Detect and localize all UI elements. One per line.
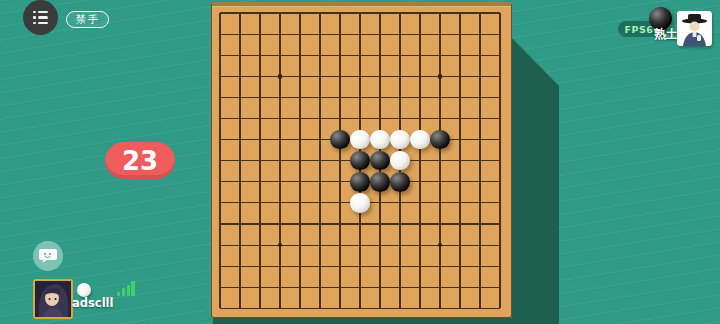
hamburger-list-icon [33,11,47,14]
white-stone [370,130,390,150]
gomoku-board[interactable] [211,2,512,318]
stones-layer [210,2,510,319]
white-stone [390,151,410,171]
black-stone [430,130,450,150]
black-stone [350,151,370,171]
player-white-stone-icon [77,283,91,297]
chat-emote-button[interactable] [33,241,63,271]
signal-bars-icon [117,281,139,296]
game-screen: 禁手 23 FPS60 熟土 [0,0,720,324]
white-stone [350,130,370,150]
black-stone [350,172,370,192]
white-stone [410,130,430,150]
black-stone [390,172,410,192]
white-stone [350,193,370,213]
player-name: adsclll [72,296,113,310]
menu-button[interactable] [23,0,58,35]
black-stone [370,172,390,192]
move-timer-badge: 23 [105,142,175,179]
forbidden-move-rule-badge[interactable]: 禁手 [66,11,109,28]
black-stone [370,151,390,171]
opponent-avatar[interactable] [677,11,712,46]
black-stone [330,130,350,150]
scholar-avatar-drawing [677,11,712,46]
chat-smiley-bubble-icon [39,248,57,264]
white-stone [390,130,410,150]
player-avatar[interactable] [33,279,73,319]
anime-avatar-drawing [35,281,71,317]
